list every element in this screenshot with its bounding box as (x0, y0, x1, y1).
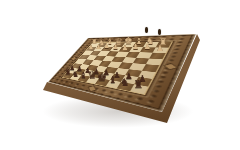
clasp-knob-left (145, 27, 148, 33)
board-field (63, 42, 172, 94)
carved-motif-near (88, 85, 97, 92)
clasp-knob-right (158, 29, 161, 35)
product-photo: ♜♞♝♛♚♝♞♜♟♟♟♟♟♟♟♟♟♟♟♟♟♟♟♟♜♞♝♛♚♝♞♜ (0, 0, 240, 150)
carved-motif-far (124, 37, 133, 41)
square-h1 (130, 84, 149, 94)
carved-motif-right (163, 63, 179, 70)
